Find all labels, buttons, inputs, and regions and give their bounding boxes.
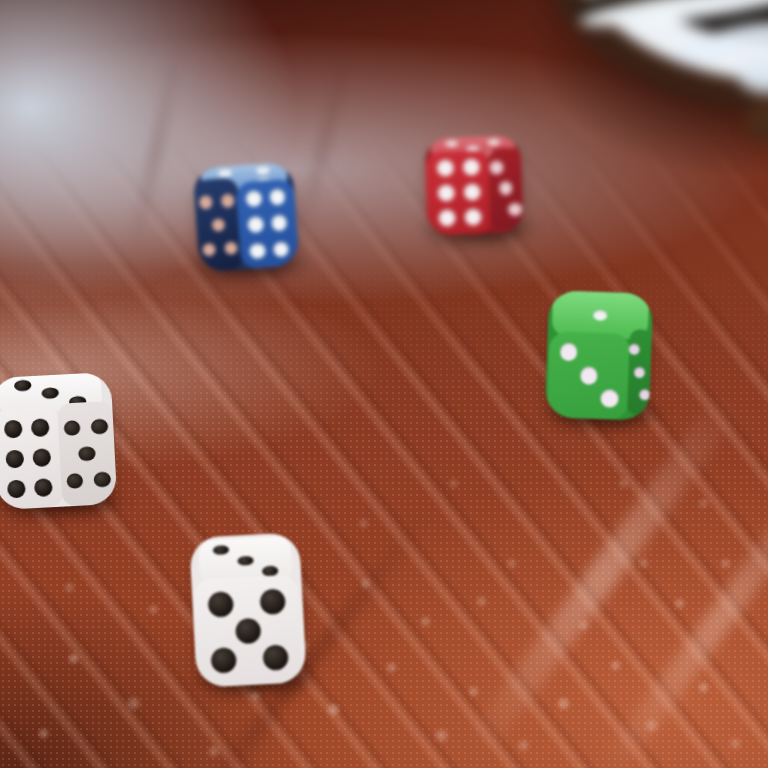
- green-die-top-pip: [593, 309, 608, 320]
- blue-die-front-face: [236, 178, 300, 269]
- white-left-die-front-pip: [32, 448, 51, 467]
- blue-die-front-pip: [249, 242, 266, 259]
- blue-die-top-pip: [218, 168, 232, 177]
- blue-die-front-pip: [271, 215, 288, 232]
- blue-die-front-pip: [269, 189, 286, 206]
- green-die: [545, 290, 653, 421]
- blue-die-top-pip: [256, 178, 270, 187]
- white-front-die-top-pip: [213, 545, 229, 555]
- red-die-front-pip: [438, 209, 456, 227]
- white-front-die-front-pip: [208, 591, 234, 617]
- white-left-die-front-face: [0, 406, 65, 510]
- red-die-front-face: [425, 150, 493, 236]
- white-front-die-front-pip: [262, 645, 288, 671]
- white-front-die-top-face: [198, 536, 293, 586]
- wood-texture-layer: [0, 0, 768, 768]
- blue-die-top-face: [200, 162, 288, 193]
- white-left-die-front-pip: [6, 449, 25, 468]
- white-left-die-top-pip: [69, 396, 87, 408]
- blue-die-top-pip: [256, 166, 270, 175]
- red-die-top-pip: [487, 138, 500, 146]
- blue-die-shadow: [188, 247, 318, 281]
- red-die-right-face: [488, 147, 523, 230]
- red-die-front-pip: [437, 184, 455, 202]
- green-die-top-face: [552, 290, 649, 339]
- blue-die-left-face: [193, 178, 243, 272]
- blue-die-top-pip: [219, 180, 233, 189]
- green-die-shadow: [539, 397, 673, 431]
- plate-brown-blob: [745, 100, 768, 142]
- green-die-front-face: [547, 331, 631, 420]
- plate-highlight: [668, 13, 768, 72]
- blue-die-front-pip: [248, 216, 265, 233]
- green-die-right-pip: [639, 389, 650, 400]
- plate: [520, 0, 768, 170]
- white-left-die-shadow: [0, 485, 136, 519]
- blue-die-left-pip: [221, 194, 235, 208]
- blue-die-left-pip: [211, 218, 225, 232]
- red-die-top-face: [430, 136, 515, 162]
- blue-die-left-pip: [199, 195, 213, 209]
- red-die-shadow: [418, 212, 544, 246]
- red-die-top-pip: [445, 139, 458, 147]
- white-front-die: [189, 532, 307, 688]
- red-die-top-pip: [445, 151, 458, 159]
- red-die-right-pip: [489, 160, 503, 174]
- white-front-die-top-pip: [237, 555, 253, 565]
- plate-highlight: [577, 0, 768, 34]
- blue-die-left-pip: [202, 243, 216, 257]
- utensil-blur: [573, 0, 693, 31]
- red-die-top-pip: [488, 150, 501, 158]
- plate-dark-contents: [598, 0, 768, 44]
- light-streak: [597, 459, 768, 768]
- white-left-die-right-pip: [78, 446, 95, 462]
- white-front-die-shadow: [185, 663, 325, 697]
- plate-highlight: [738, 58, 768, 94]
- white-front-die-front-pip: [211, 647, 237, 673]
- blue-die-left-pip: [224, 241, 238, 255]
- blue-die-front-pip: [273, 241, 290, 258]
- white-left-die-top-face: [0, 372, 103, 414]
- blue-die: [192, 162, 299, 273]
- white-front-die-front-pip: [259, 589, 285, 615]
- plank-seam: [293, 42, 355, 249]
- green-die-right-pip: [634, 367, 645, 378]
- white-front-die-front-face: [194, 574, 303, 687]
- green-die-right-pip: [629, 344, 640, 355]
- white-left-die-front-pip: [4, 419, 23, 438]
- white-left-die-front-pip: [34, 478, 53, 497]
- dice-photo-scene: [0, 0, 768, 768]
- blue-die-front-pip: [246, 190, 263, 207]
- white-left-die-right-pip: [94, 472, 111, 488]
- red-die-right-pip: [499, 181, 513, 195]
- red-die-top-pip: [466, 145, 479, 153]
- green-die-front-pip: [580, 366, 598, 384]
- light-streak: [464, 392, 741, 758]
- dark-grain-streak: [175, 507, 434, 768]
- green-die-front-pip: [600, 389, 618, 407]
- plate-edge-shadow: [538, 0, 768, 110]
- green-die-front-pip: [559, 343, 577, 361]
- white-left-die-top-pip: [41, 388, 59, 400]
- white-left-die-right-face: [57, 401, 118, 507]
- red-die-front-pip: [462, 159, 480, 177]
- plate-rim: [564, 0, 768, 82]
- white-left-die-front-pip: [7, 479, 26, 498]
- white-left-die-right-pip: [66, 473, 83, 489]
- white-front-die-front-pip: [235, 618, 261, 644]
- plank-seam: [127, 41, 184, 259]
- white-left-die-top-pip: [14, 380, 32, 392]
- red-die-front-pip: [463, 184, 481, 202]
- white-left-die-right-pip: [91, 418, 108, 434]
- white-left-die-front-pip: [31, 418, 50, 437]
- white-left-die-right-pip: [63, 420, 80, 436]
- red-die-front-pip: [436, 159, 454, 177]
- wood-grain-layer: [0, 0, 768, 768]
- dice-layer: [0, 0, 768, 768]
- white-left-die: [0, 372, 117, 510]
- red-die-front-pip: [464, 209, 482, 227]
- red-die: [424, 135, 523, 235]
- red-die-right-pip: [508, 202, 522, 216]
- green-die-right-face: [627, 329, 652, 416]
- bokeh-highlights: [0, 0, 7, 7]
- white-front-die-top-pip: [262, 566, 278, 576]
